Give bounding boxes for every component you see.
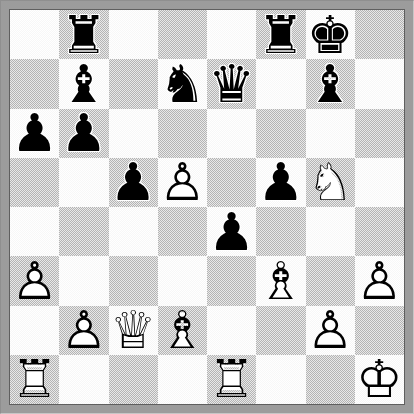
square-d4[interactable] — [158, 207, 207, 256]
square-f6[interactable] — [256, 109, 305, 158]
square-e3[interactable] — [207, 256, 256, 305]
piece-black-pawn: ♟ — [256, 158, 305, 207]
square-g3[interactable] — [306, 256, 355, 305]
square-d8[interactable] — [158, 10, 207, 59]
square-f4[interactable] — [256, 207, 305, 256]
square-e7[interactable]: ♛ — [207, 59, 256, 108]
square-a7[interactable] — [10, 59, 59, 108]
piece-black-pawn: ♟ — [207, 207, 256, 256]
square-h8[interactable] — [355, 10, 404, 59]
chess-board: ♜♜♚♝♞♛♝♟♟♟♟♙♟♞♘♟♟♙♝♗♟♙♟♙♛♕♝♗♟♙♜♖♜♖♚♔ — [9, 9, 405, 405]
square-g4[interactable] — [306, 207, 355, 256]
square-d5[interactable]: ♟♙ — [158, 158, 207, 207]
square-f3[interactable]: ♝♗ — [256, 256, 305, 305]
square-f2[interactable] — [256, 306, 305, 355]
square-h2[interactable] — [355, 306, 404, 355]
square-e4[interactable]: ♟ — [207, 207, 256, 256]
square-a4[interactable] — [10, 207, 59, 256]
square-e2[interactable] — [207, 306, 256, 355]
square-e1[interactable]: ♜♖ — [207, 355, 256, 404]
square-b8[interactable]: ♜ — [59, 10, 108, 59]
square-a1[interactable]: ♜♖ — [10, 355, 59, 404]
square-b4[interactable] — [59, 207, 108, 256]
piece-black-knight: ♞ — [158, 59, 207, 108]
square-c6[interactable] — [109, 109, 158, 158]
square-a3[interactable]: ♟♙ — [10, 256, 59, 305]
square-c5[interactable]: ♟ — [109, 158, 158, 207]
square-b3[interactable] — [59, 256, 108, 305]
square-h4[interactable] — [355, 207, 404, 256]
piece-white-bishop: ♗ — [158, 306, 207, 355]
square-c8[interactable] — [109, 10, 158, 59]
square-h6[interactable] — [355, 109, 404, 158]
piece-black-rook: ♜ — [59, 10, 108, 59]
piece-white-rook: ♖ — [10, 355, 59, 404]
piece-white-king: ♔ — [355, 355, 404, 404]
piece-white-pawn: ♙ — [306, 306, 355, 355]
piece-black-pawn: ♟ — [59, 109, 108, 158]
piece-black-pawn: ♟ — [109, 158, 158, 207]
piece-white-pawn: ♙ — [158, 158, 207, 207]
piece-white-pawn: ♙ — [10, 256, 59, 305]
piece-black-rook: ♜ — [256, 10, 305, 59]
piece-black-pawn: ♟ — [10, 109, 59, 158]
piece-white-pawn: ♙ — [355, 256, 404, 305]
square-e6[interactable] — [207, 109, 256, 158]
square-g1[interactable] — [306, 355, 355, 404]
square-f7[interactable] — [256, 59, 305, 108]
board-frame: ♜♜♚♝♞♛♝♟♟♟♟♙♟♞♘♟♟♙♝♗♟♙♟♙♛♕♝♗♟♙♜♖♜♖♚♔ — [0, 0, 414, 414]
square-h1[interactable]: ♚♔ — [355, 355, 404, 404]
square-c3[interactable] — [109, 256, 158, 305]
piece-black-bishop: ♝ — [306, 59, 355, 108]
square-e5[interactable] — [207, 158, 256, 207]
square-a2[interactable] — [10, 306, 59, 355]
square-d2[interactable]: ♝♗ — [158, 306, 207, 355]
piece-white-pawn: ♙ — [59, 306, 108, 355]
piece-white-queen: ♕ — [109, 306, 158, 355]
square-b7[interactable]: ♝ — [59, 59, 108, 108]
piece-white-rook: ♖ — [207, 355, 256, 404]
square-b6[interactable]: ♟ — [59, 109, 108, 158]
square-b1[interactable] — [59, 355, 108, 404]
square-f1[interactable] — [256, 355, 305, 404]
square-a8[interactable] — [10, 10, 59, 59]
square-g6[interactable] — [306, 109, 355, 158]
square-g8[interactable]: ♚ — [306, 10, 355, 59]
square-c1[interactable] — [109, 355, 158, 404]
square-c4[interactable] — [109, 207, 158, 256]
square-g7[interactable]: ♝ — [306, 59, 355, 108]
square-g5[interactable]: ♞♘ — [306, 158, 355, 207]
square-d3[interactable] — [158, 256, 207, 305]
piece-white-bishop: ♗ — [256, 256, 305, 305]
square-b2[interactable]: ♟♙ — [59, 306, 108, 355]
square-h5[interactable] — [355, 158, 404, 207]
piece-white-knight: ♘ — [306, 158, 355, 207]
square-c7[interactable] — [109, 59, 158, 108]
square-h7[interactable] — [355, 59, 404, 108]
square-a6[interactable]: ♟ — [10, 109, 59, 158]
square-g2[interactable]: ♟♙ — [306, 306, 355, 355]
square-d1[interactable] — [158, 355, 207, 404]
piece-black-bishop: ♝ — [59, 59, 108, 108]
square-d7[interactable]: ♞ — [158, 59, 207, 108]
square-e8[interactable] — [207, 10, 256, 59]
square-d6[interactable] — [158, 109, 207, 158]
square-f5[interactable]: ♟ — [256, 158, 305, 207]
square-h3[interactable]: ♟♙ — [355, 256, 404, 305]
piece-black-queen: ♛ — [207, 59, 256, 108]
square-b5[interactable] — [59, 158, 108, 207]
piece-black-king: ♚ — [306, 10, 355, 59]
square-a5[interactable] — [10, 158, 59, 207]
square-c2[interactable]: ♛♕ — [109, 306, 158, 355]
square-f8[interactable]: ♜ — [256, 10, 305, 59]
